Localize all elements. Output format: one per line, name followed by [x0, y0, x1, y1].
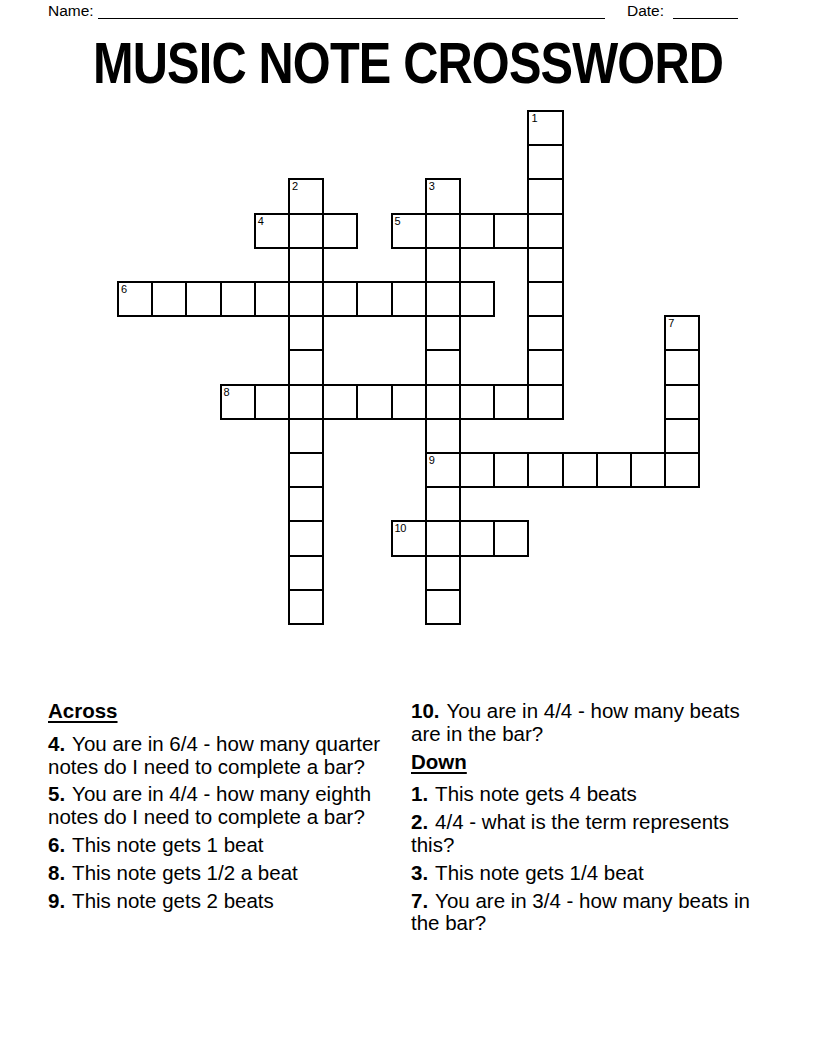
name-field-label: Name: [48, 2, 94, 20]
grid-cell[interactable] [288, 520, 324, 556]
clue-across-5: 5.You are in 4/4 - how many eighth notes… [48, 783, 384, 829]
grid-cell[interactable] [391, 281, 427, 317]
grid-cell[interactable] [459, 281, 495, 317]
grid-cell[interactable] [562, 452, 598, 488]
clue-number: 6. [48, 833, 65, 856]
grid-cell[interactable] [596, 452, 632, 488]
grid-cell[interactable] [288, 247, 324, 283]
clue-text: This note gets 1/2 a beat [72, 861, 298, 884]
clue-number: 4. [48, 732, 65, 755]
down-heading: Down [411, 751, 753, 774]
grid-cell[interactable] [425, 486, 461, 522]
grid-cell[interactable] [527, 144, 563, 180]
clue-down-2: 2.4/4 - what is the term represents this… [411, 811, 753, 857]
grid-cell[interactable] [288, 589, 324, 625]
grid-cell[interactable] [493, 384, 529, 420]
grid-cell[interactable] [425, 555, 461, 591]
grid-cell[interactable] [527, 384, 563, 420]
grid-cell[interactable] [527, 349, 563, 385]
clue-number: 3. [411, 861, 428, 884]
cell-number: 1 [531, 112, 537, 124]
clue-number: 8. [48, 861, 65, 884]
grid-cell[interactable] [288, 452, 324, 488]
clues-column-right: 10.You are in 4/4 - how many beats are i… [411, 700, 753, 940]
grid-cell[interactable] [288, 486, 324, 522]
grid-cell[interactable] [459, 384, 495, 420]
cell-number: 7 [668, 317, 674, 329]
grid-cell[interactable]: 9 [425, 452, 461, 488]
grid-cell[interactable]: 2 [288, 178, 324, 214]
grid-cell[interactable] [664, 349, 700, 385]
grid-cell[interactable] [288, 315, 324, 351]
grid-cell[interactable] [425, 213, 461, 249]
name-underline[interactable] [98, 2, 605, 19]
cell-number: 10 [395, 522, 406, 534]
grid-cell[interactable] [664, 384, 700, 420]
cell-number: 3 [429, 180, 435, 192]
clue-down-7: 7.You are in 3/4 - how many beats in the… [411, 890, 753, 936]
grid-cell[interactable] [527, 315, 563, 351]
across-heading: Across [48, 700, 384, 723]
grid-cell[interactable] [425, 520, 461, 556]
clue-text: This note gets 2 beats [72, 889, 274, 912]
grid-cell[interactable] [493, 520, 529, 556]
grid-cell[interactable] [527, 247, 563, 283]
grid-cell[interactable] [356, 384, 392, 420]
cell-number: 2 [292, 180, 298, 192]
grid-cell[interactable] [288, 555, 324, 591]
cell-number: 8 [224, 386, 230, 398]
clue-down-1: 1.This note gets 4 beats [411, 783, 753, 806]
grid-cell[interactable] [322, 281, 358, 317]
grid-cell[interactable] [664, 418, 700, 454]
grid-cell[interactable] [288, 281, 324, 317]
grid-cell[interactable] [254, 384, 290, 420]
clue-across-8: 8.This note gets 1/2 a beat [48, 862, 384, 885]
crossword-grid: 12345678910 [117, 110, 699, 624]
grid-cell[interactable] [527, 178, 563, 214]
clue-number: 5. [48, 782, 65, 805]
grid-cell[interactable] [151, 281, 187, 317]
grid-cell[interactable] [356, 281, 392, 317]
grid-cell[interactable] [630, 452, 666, 488]
grid-cell[interactable] [425, 315, 461, 351]
grid-cell[interactable]: 10 [391, 520, 427, 556]
grid-cell[interactable] [664, 452, 700, 488]
clue-text: You are in 3/4 - how many beats in the b… [411, 889, 750, 935]
clue-number: 9. [48, 889, 65, 912]
grid-cell[interactable] [288, 384, 324, 420]
clue-across-10: 10.You are in 4/4 - how many beats are i… [411, 700, 753, 746]
grid-cell[interactable] [322, 384, 358, 420]
clue-across-6: 6.This note gets 1 beat [48, 834, 384, 857]
clue-number: 1. [411, 782, 428, 805]
grid-cell[interactable]: 7 [664, 315, 700, 351]
clue-text: This note gets 1 beat [72, 833, 263, 856]
clue-across-9: 9.This note gets 2 beats [48, 890, 384, 913]
date-underline[interactable] [673, 2, 738, 19]
clue-number: 2. [411, 810, 428, 833]
clues-column-left: Across 4.You are in 6/4 - how many quart… [48, 700, 384, 917]
grid-cell[interactable] [527, 452, 563, 488]
grid-cell[interactable]: 4 [254, 213, 290, 249]
grid-cell[interactable] [425, 349, 461, 385]
grid-cell[interactable] [288, 418, 324, 454]
grid-cell[interactable] [493, 213, 529, 249]
grid-cell[interactable] [288, 349, 324, 385]
grid-cell[interactable]: 6 [117, 281, 153, 317]
clue-down-3: 3.This note gets 1/4 beat [411, 862, 753, 885]
grid-cell[interactable] [254, 281, 290, 317]
worksheet-page: Name: Date: MUSIC NOTE CROSSWORD 1234567… [0, 0, 816, 1056]
date-field-label: Date: [627, 2, 664, 20]
cell-number: 9 [429, 454, 435, 466]
cell-number: 5 [395, 215, 401, 227]
grid-cell[interactable] [220, 281, 256, 317]
grid-cell[interactable] [459, 452, 495, 488]
clue-text: You are in 6/4 - how many quarter notes … [48, 732, 380, 778]
grid-cell[interactable]: 3 [425, 178, 461, 214]
grid-cell[interactable]: 5 [391, 213, 427, 249]
grid-cell[interactable] [425, 281, 461, 317]
title-row: MUSIC NOTE CROSSWORD [0, 33, 816, 93]
grid-cell[interactable]: 8 [220, 384, 256, 420]
grid-cell[interactable] [459, 520, 495, 556]
grid-cell[interactable] [185, 281, 221, 317]
clue-text: This note gets 1/4 beat [435, 861, 644, 884]
grid-cell[interactable]: 1 [527, 110, 563, 146]
clue-number: 10. [411, 699, 440, 722]
clue-number: 7. [411, 889, 428, 912]
grid-cell[interactable] [322, 213, 358, 249]
grid-cell[interactable] [288, 213, 324, 249]
grid-cell[interactable] [527, 213, 563, 249]
clue-text: You are in 4/4 - how many beats are in t… [411, 699, 740, 745]
cell-number: 4 [258, 215, 264, 227]
grid-cell[interactable] [527, 281, 563, 317]
grid-cell[interactable] [391, 384, 427, 420]
grid-cell[interactable] [493, 452, 529, 488]
grid-cell[interactable] [425, 418, 461, 454]
clue-text: This note gets 4 beats [435, 782, 637, 805]
cell-number: 6 [121, 283, 127, 295]
grid-cell[interactable] [425, 384, 461, 420]
clue-across-4: 4.You are in 6/4 - how many quarter note… [48, 733, 384, 779]
grid-cell[interactable] [425, 247, 461, 283]
clue-text: You are in 4/4 - how many eighth notes d… [48, 782, 371, 828]
page-title: MUSIC NOTE CROSSWORD [93, 33, 723, 93]
grid-cell[interactable] [425, 589, 461, 625]
clue-text: 4/4 - what is the term represents this? [411, 810, 729, 856]
grid-cell[interactable] [459, 213, 495, 249]
